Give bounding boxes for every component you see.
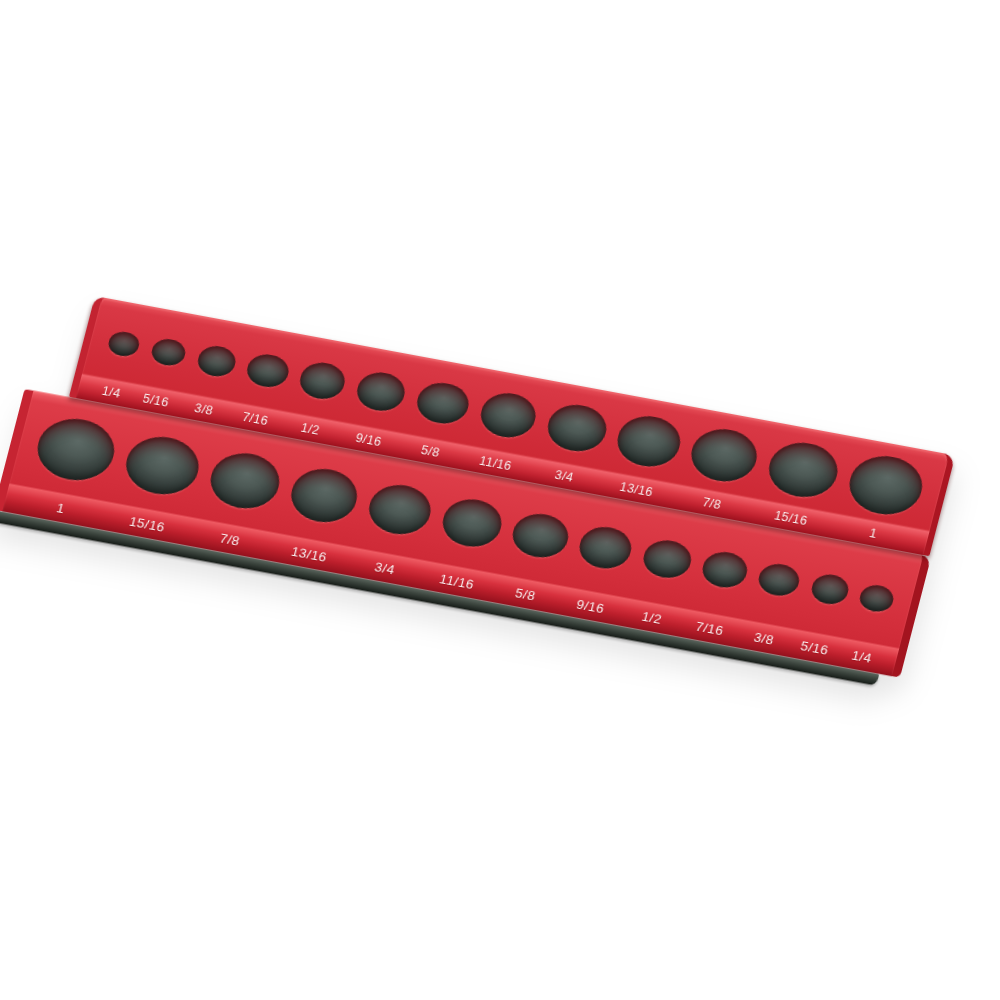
socket-slot-back-row-3-8: 3/8	[183, 317, 245, 425]
socket-hole-1-2	[639, 537, 695, 582]
size-label: 3/4	[553, 468, 575, 485]
socket-hole-11-16	[476, 389, 541, 441]
size-label: 1/2	[640, 608, 663, 626]
size-label: 7/8	[218, 530, 241, 548]
socket-slot-front-row-1: 1	[20, 394, 126, 529]
socket-hole-7-16	[699, 549, 750, 591]
socket-hole-1-2	[297, 360, 349, 402]
socket-hole-1-4	[106, 330, 142, 359]
size-label: 11/16	[478, 454, 513, 473]
socket-hole-1	[31, 413, 121, 486]
size-label: 7/8	[701, 495, 723, 512]
socket-hole-7-16	[244, 351, 292, 390]
socket-slot-back-row-1-2: 1/2	[286, 336, 355, 445]
socket-slot-back-row-7-16: 7/16	[232, 326, 298, 434]
socket-slot-back-row-3-4: 3/4	[533, 382, 616, 494]
size-label: 3/8	[193, 401, 215, 418]
socket-slot-front-row-7-8: 7/8	[193, 426, 292, 560]
socket-hole-5-16	[149, 336, 189, 368]
size-label: 1/4	[100, 384, 122, 401]
socket-hole-13-16	[286, 464, 363, 526]
size-label: 13/16	[290, 543, 329, 564]
size-label: 1	[55, 500, 67, 516]
socket-hole-1	[843, 451, 928, 520]
socket-hole-5-8	[413, 379, 473, 428]
socket-slot-back-row-7-8: 7/8	[677, 409, 767, 522]
size-label: 3/8	[752, 629, 775, 647]
socket-hole-11-16	[438, 495, 507, 550]
size-label: 1	[868, 526, 879, 541]
socket-hole-15-16	[763, 437, 844, 503]
socket-hole-13-16	[612, 412, 685, 471]
socket-slot-back-row-5-8: 5/8	[402, 358, 478, 468]
socket-hole-5-8	[508, 510, 572, 562]
size-label: 5/8	[514, 585, 537, 603]
socket-hole-1-4	[858, 582, 896, 613]
socket-hole-15-16	[119, 431, 205, 500]
product-photo-background: 1/45/163/87/161/29/165/811/163/413/167/8…	[0, 0, 1000, 1000]
socket-hole-9-16	[576, 523, 636, 572]
size-label: 15/16	[128, 513, 167, 534]
size-label: 1/4	[850, 647, 873, 665]
size-label: 7/16	[694, 618, 725, 638]
socket-slot-back-row-15-16: 15/16	[754, 423, 847, 536]
size-label: 11/16	[438, 571, 476, 592]
socket-hole-3-8	[194, 343, 238, 378]
size-label: 9/16	[575, 596, 606, 616]
socket-slot-back-row-13-16: 13/16	[603, 395, 690, 507]
size-label: 7/16	[241, 410, 270, 428]
socket-slot-back-row-1: 1	[835, 438, 932, 552]
size-label: 3/4	[373, 559, 396, 577]
socket-hole-3-4	[542, 400, 611, 456]
size-label: 13/16	[618, 480, 654, 500]
size-label: 5/16	[141, 392, 170, 410]
socket-slot-back-row-9-16: 9/16	[342, 347, 415, 457]
socket-hole-3-8	[756, 561, 803, 599]
socket-hole-7-8	[686, 424, 763, 486]
socket-hole-9-16	[353, 369, 409, 415]
socket-organizer-tray: 1/45/163/87/161/29/165/811/163/413/167/8…	[35, 296, 1000, 698]
socket-hole-5-16	[808, 572, 851, 607]
size-label: 15/16	[773, 509, 809, 529]
size-label: 5/8	[419, 443, 441, 460]
socket-slot-back-row-11-16: 11/16	[466, 370, 546, 481]
socket-slot-front-row-13-16: 13/16	[274, 441, 369, 574]
size-label: 1/2	[299, 421, 321, 438]
size-label: 5/16	[799, 638, 830, 658]
socket-slot-front-row-3-4: 3/4	[351, 455, 443, 588]
socket-slot-front-row-15-16: 15/16	[108, 410, 211, 545]
size-label: 9/16	[354, 431, 383, 449]
socket-hole-3-4	[364, 480, 437, 539]
socket-hole-7-8	[204, 448, 285, 514]
